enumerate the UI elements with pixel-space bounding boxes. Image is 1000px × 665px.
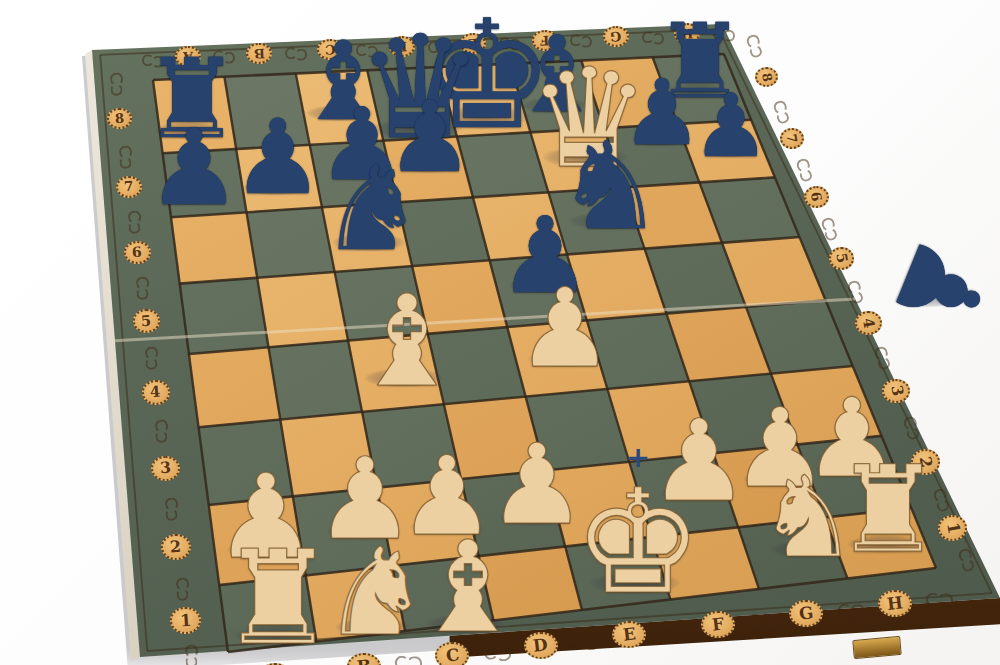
- pawn-glyph: ♟: [147, 115, 242, 221]
- rank-label-left-2: 2: [161, 534, 191, 560]
- rank-label-right-5-text: 5: [834, 252, 850, 264]
- rank-label-right-5: 5: [829, 247, 855, 270]
- border-scroll-ornament: [571, 633, 599, 653]
- border-scroll-ornament: [748, 612, 776, 632]
- file-label-bottom-e-text: E: [622, 626, 637, 644]
- knight-glyph: ♞: [320, 151, 425, 268]
- file-label-bottom-h: H: [878, 590, 912, 617]
- rank-label-left-4-text: 4: [150, 385, 161, 401]
- border-scroll-ornament: [107, 72, 124, 97]
- rank-label-right-6: 6: [804, 186, 829, 208]
- white-king-cross-tip: +: [626, 443, 650, 472]
- rank-label-left-5: 5: [133, 309, 161, 333]
- rank-label-left-1: 1: [170, 607, 201, 634]
- black-king-cross-tip: +: [474, 0, 499, 1]
- pawn-glyph: ♟: [516, 274, 614, 383]
- king-glyph: ♚: [573, 470, 702, 614]
- pawn-glyph: ♟: [692, 83, 770, 170]
- rook-glyph: ♜: [220, 533, 337, 663]
- rank-label-left-2-text: 2: [170, 539, 182, 556]
- rank-label-right-7-text: 7: [785, 133, 800, 144]
- rank-label-right-4: 4: [855, 311, 882, 335]
- rank-label-left-6-text: 6: [132, 245, 143, 260]
- knight-glyph: ♞: [322, 532, 431, 653]
- pawn-glyph: ♟: [232, 106, 325, 210]
- pawn-glyph: ♟: [875, 223, 1000, 350]
- rank-label-left-8-text: 8: [115, 112, 125, 126]
- file-label-top-b-text: B: [253, 46, 265, 60]
- rank-label-left-1-text: 1: [179, 612, 192, 629]
- file-label-bottom-f-text: F: [711, 615, 725, 633]
- border-scroll-ornament: [743, 33, 765, 60]
- rank-label-left-7: 7: [116, 176, 142, 198]
- file-label-bottom-g-text: G: [798, 605, 814, 623]
- rank-label-right-7: 7: [780, 128, 804, 149]
- border-scroll-ornament: [125, 209, 142, 234]
- rank-label-left-7-text: 7: [124, 180, 134, 194]
- file-label-bottom-h-text: H: [886, 594, 904, 612]
- border-scroll-ornament: [770, 99, 792, 126]
- rank-label-left-3-text: 3: [160, 460, 172, 476]
- file-label-bottom-d: D: [524, 632, 558, 659]
- rank-label-right-1-text: 1: [943, 521, 961, 535]
- rank-label-left-6: 6: [124, 241, 151, 264]
- border-scroll-ornament: [174, 577, 191, 602]
- rank-label-right-4-text: 4: [860, 317, 876, 330]
- rank-label-left-5-text: 5: [141, 313, 152, 328]
- border-scroll-ornament: [182, 644, 199, 665]
- bishop-glyph: ♝: [350, 279, 463, 406]
- border-scroll-ornament: [837, 601, 865, 621]
- brass-clasp: [852, 636, 901, 659]
- file-label-top-b: B: [246, 43, 272, 64]
- border-scroll-ornament: [925, 591, 953, 611]
- rank-label-right-6-text: 6: [809, 191, 824, 203]
- file-label-bottom-d-text: D: [533, 636, 549, 654]
- border-scroll-ornament: [117, 145, 134, 170]
- chessboard-photo: AABBCCDDEEFFGGHH8877665544332211 ♜♝♛♚+♝♜…: [0, 0, 1000, 665]
- rank-label-left-3: 3: [151, 456, 180, 481]
- border-scroll-ornament: [153, 419, 170, 444]
- file-label-bottom-f: F: [701, 611, 735, 638]
- rank-label-left-4: 4: [142, 380, 170, 404]
- knight-glyph: ♞: [758, 461, 859, 573]
- border-scroll-ornament: [794, 156, 816, 183]
